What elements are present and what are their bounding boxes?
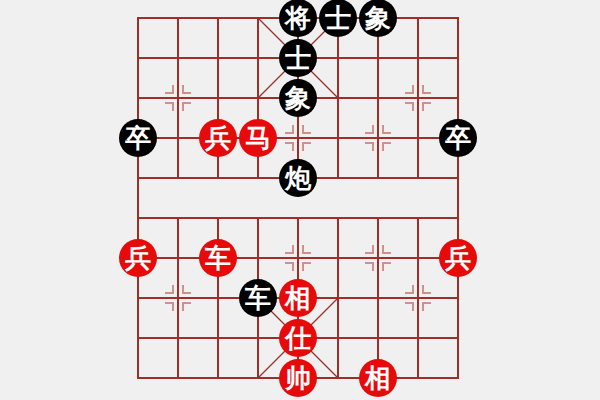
board-cell[interactable] <box>198 158 238 198</box>
board-cell[interactable] <box>398 158 438 198</box>
red-king[interactable]: 帅 <box>279 359 317 397</box>
board-cell[interactable] <box>398 198 438 238</box>
board-cell[interactable] <box>398 278 438 318</box>
board-cell[interactable] <box>238 158 278 198</box>
board-cell[interactable] <box>198 0 238 38</box>
board-cell[interactable] <box>278 118 318 158</box>
board-cell[interactable] <box>158 198 198 238</box>
board-cell[interactable] <box>438 0 478 38</box>
board-cell[interactable] <box>238 198 278 238</box>
black-advisor[interactable]: 士 <box>319 0 357 37</box>
board-cell[interactable] <box>438 318 478 358</box>
board-cell[interactable] <box>398 118 438 158</box>
black-advisor[interactable]: 士 <box>279 39 317 77</box>
board-cell[interactable] <box>158 318 198 358</box>
board-cell[interactable] <box>358 238 398 278</box>
board-cell[interactable] <box>438 358 478 398</box>
board-cell[interactable] <box>238 0 278 38</box>
board-cell[interactable] <box>318 78 358 118</box>
black-soldier[interactable]: 卒 <box>439 119 477 157</box>
board-cell[interactable]: 卒 <box>118 118 158 158</box>
board-cell[interactable] <box>198 278 238 318</box>
board-cell[interactable] <box>358 198 398 238</box>
board-cell[interactable] <box>398 78 438 118</box>
board-cell[interactable] <box>358 118 398 158</box>
board-cell[interactable]: 帅 <box>278 358 318 398</box>
board-cell[interactable] <box>238 38 278 78</box>
board-cell[interactable] <box>158 358 198 398</box>
board-cell[interactable] <box>438 278 478 318</box>
app-background: { "game": "xiangqi", "position": "4kab2/… <box>0 0 600 400</box>
red-soldier[interactable]: 兵 <box>439 239 477 277</box>
board-cell[interactable] <box>118 318 158 358</box>
board-cell[interactable]: 兵 <box>438 238 478 278</box>
board-cell[interactable] <box>398 318 438 358</box>
black-soldier[interactable]: 卒 <box>119 119 157 157</box>
board-cell[interactable]: 马 <box>238 118 278 158</box>
board-cell[interactable] <box>318 278 358 318</box>
board-cell[interactable] <box>358 158 398 198</box>
red-chariot[interactable]: 车 <box>199 239 237 277</box>
board-cell[interactable] <box>438 38 478 78</box>
board-cell[interactable] <box>438 158 478 198</box>
board-cell[interactable] <box>398 358 438 398</box>
board-cell[interactable] <box>278 238 318 278</box>
board-cell[interactable]: 炮 <box>278 158 318 198</box>
board-cell[interactable] <box>158 278 198 318</box>
board-cell[interactable] <box>198 38 238 78</box>
board-cell[interactable] <box>158 0 198 38</box>
board-cell[interactable] <box>438 198 478 238</box>
board-cell[interactable] <box>318 358 358 398</box>
red-elephant[interactable]: 相 <box>279 279 317 317</box>
board-cell[interactable] <box>398 38 438 78</box>
black-elephant[interactable]: 象 <box>359 0 397 37</box>
board-cell[interactable] <box>198 78 238 118</box>
board-cell[interactable] <box>158 118 198 158</box>
black-king[interactable]: 将 <box>279 0 317 37</box>
board-cell[interactable]: 卒 <box>438 118 478 158</box>
board-cell[interactable] <box>198 198 238 238</box>
board-cell[interactable] <box>118 0 158 38</box>
board-cell[interactable] <box>118 278 158 318</box>
board-cell[interactable] <box>398 238 438 278</box>
board-cell[interactable]: 士 <box>278 38 318 78</box>
board-cell[interactable] <box>118 198 158 238</box>
board-cell[interactable] <box>358 318 398 358</box>
board-cell[interactable]: 仕 <box>278 318 318 358</box>
board-cell[interactable] <box>318 38 358 78</box>
board-cell[interactable] <box>118 38 158 78</box>
board-cell[interactable] <box>198 318 238 358</box>
board-cell[interactable]: 象 <box>278 78 318 118</box>
board-cells: 将士象士象卒兵马卒炮兵车兵车相仕帅相 <box>118 0 478 398</box>
black-elephant[interactable]: 象 <box>279 79 317 117</box>
black-chariot[interactable]: 车 <box>239 279 277 317</box>
board-cell[interactable] <box>358 278 398 318</box>
board-cell[interactable] <box>318 118 358 158</box>
red-advisor[interactable]: 仕 <box>279 319 317 357</box>
board-cell[interactable]: 兵 <box>118 238 158 278</box>
board-cell[interactable]: 士 <box>318 0 358 38</box>
black-cannon[interactable]: 炮 <box>279 159 317 197</box>
board-cell[interactable] <box>118 158 158 198</box>
board-cell[interactable]: 车 <box>198 238 238 278</box>
board-cell[interactable] <box>318 158 358 198</box>
board-cell[interactable] <box>238 358 278 398</box>
board-cell[interactable] <box>438 78 478 118</box>
red-soldier[interactable]: 兵 <box>199 119 237 157</box>
board-cell[interactable] <box>198 358 238 398</box>
board-cell[interactable]: 兵 <box>198 118 238 158</box>
board-cell[interactable] <box>118 358 158 398</box>
board-cell[interactable] <box>238 318 278 358</box>
board-cell[interactable]: 相 <box>278 278 318 318</box>
board-cell[interactable] <box>278 198 318 238</box>
red-horse[interactable]: 马 <box>239 119 277 157</box>
board-cell[interactable] <box>318 238 358 278</box>
board-cell[interactable] <box>158 158 198 198</box>
board-cell[interactable] <box>158 238 198 278</box>
board-cell[interactable] <box>158 78 198 118</box>
board-cell[interactable]: 车 <box>238 278 278 318</box>
red-elephant[interactable]: 相 <box>359 359 397 397</box>
board-cell[interactable] <box>318 318 358 358</box>
board-cell[interactable] <box>358 38 398 78</box>
board-cell[interactable] <box>318 198 358 238</box>
board-cell[interactable] <box>118 78 158 118</box>
board-cell[interactable]: 将 <box>278 0 318 38</box>
red-soldier[interactable]: 兵 <box>119 239 157 277</box>
board-cell[interactable] <box>238 78 278 118</box>
board-cell[interactable] <box>158 38 198 78</box>
board-cell[interactable] <box>358 78 398 118</box>
board-cell[interactable]: 相 <box>358 358 398 398</box>
board-cell[interactable]: 象 <box>358 0 398 38</box>
board-cell[interactable] <box>398 0 438 38</box>
board-cell[interactable] <box>238 238 278 278</box>
xiangqi-board: 将士象士象卒兵马卒炮兵车兵车相仕帅相 <box>118 0 478 398</box>
